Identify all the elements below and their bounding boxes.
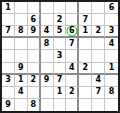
cell-r8c2[interactable]: 4	[15, 87, 28, 99]
cell-r3c3[interactable]: 9	[28, 26, 41, 38]
cell-digit: 2	[30, 76, 36, 84]
cell-digit: 3	[109, 27, 115, 35]
cell-r4c4[interactable]: 8	[41, 38, 54, 50]
cell-r3c6[interactable]: 6	[66, 26, 79, 38]
cell-r1c9[interactable]: 6	[105, 2, 118, 14]
cell-r5c8[interactable]	[92, 50, 105, 62]
cell-r8c7[interactable]	[79, 87, 92, 99]
cell-r5c2[interactable]	[15, 50, 28, 62]
cell-r7c9[interactable]	[105, 75, 118, 87]
cell-r5c1[interactable]	[2, 50, 15, 62]
cell-digit: 9	[18, 64, 24, 72]
cell-r6c7[interactable]: 2	[79, 63, 92, 75]
cell-digit: 4	[95, 76, 101, 84]
cell-digit: 7	[69, 40, 75, 48]
cell-r7c2[interactable]: 1	[15, 75, 28, 87]
cell-digit: 4	[18, 88, 24, 96]
cell-r1c5[interactable]	[54, 2, 67, 14]
cell-digit: 8	[18, 27, 24, 35]
cell-r5c7[interactable]	[79, 50, 92, 62]
cell-r1c8[interactable]	[92, 2, 105, 14]
cell-r4c6[interactable]: 7	[66, 38, 79, 50]
cell-r4c2[interactable]	[15, 38, 28, 50]
cell-r7c5[interactable]: 7	[54, 75, 67, 87]
cell-r5c3[interactable]	[28, 50, 41, 62]
cell-r4c1[interactable]	[2, 38, 15, 50]
cell-r3c5[interactable]: 5	[54, 26, 67, 38]
cell-digit: 9	[5, 101, 11, 109]
cell-r2c6[interactable]	[66, 14, 79, 26]
cell-r6c5[interactable]	[54, 63, 67, 75]
cell-digit: 6	[109, 4, 115, 12]
cell-r2c4[interactable]	[41, 14, 54, 26]
cell-digit: 1	[5, 4, 11, 12]
cell-r9c9[interactable]	[105, 99, 118, 111]
cell-r9c5[interactable]	[54, 99, 67, 111]
cell-r2c9[interactable]	[105, 14, 118, 26]
cell-r5c5[interactable]: 3	[54, 50, 67, 62]
cell-digit: 7	[82, 16, 88, 24]
cell-r8c4[interactable]	[41, 87, 54, 99]
cell-r5c9[interactable]	[105, 50, 118, 62]
cell-digit: 8	[30, 101, 36, 109]
cell-digit: 6	[69, 27, 75, 35]
cell-r7c6[interactable]	[66, 75, 79, 87]
cell-r6c8[interactable]	[92, 63, 105, 75]
cell-r1c1[interactable]: 1	[2, 2, 15, 14]
cell-r2c5[interactable]: 2	[54, 14, 67, 26]
cell-r6c6[interactable]: 4	[66, 63, 79, 75]
cell-digit: 7	[5, 27, 11, 35]
cell-r8c5[interactable]: 1	[54, 87, 67, 99]
cell-r9c6[interactable]	[66, 99, 79, 111]
cell-r8c6[interactable]: 2	[66, 87, 79, 99]
cell-r7c4[interactable]: 9	[41, 75, 54, 87]
cell-r6c1[interactable]	[2, 63, 15, 75]
cell-r7c3[interactable]: 2	[28, 75, 41, 87]
cell-r9c3[interactable]: 8	[28, 99, 41, 111]
cell-digit: 6	[30, 16, 36, 24]
cell-digit: 2	[57, 16, 63, 24]
cell-r1c6[interactable]	[66, 2, 79, 14]
cell-digit: 8	[109, 88, 115, 96]
cell-r9c7[interactable]	[79, 99, 92, 111]
cell-r1c2[interactable]	[15, 2, 28, 14]
cell-digit: 7	[95, 88, 101, 96]
cell-r6c2[interactable]: 9	[15, 63, 28, 75]
cell-r9c8[interactable]	[92, 99, 105, 111]
cell-digit: 1	[18, 76, 24, 84]
cell-r1c3[interactable]	[28, 2, 41, 14]
cell-digit: 1	[57, 88, 63, 96]
cell-r2c1[interactable]	[2, 14, 15, 26]
cell-r4c8[interactable]	[92, 38, 105, 50]
cell-r4c7[interactable]	[79, 38, 92, 50]
cell-digit: 3	[57, 52, 63, 60]
cell-r4c9[interactable]: 4	[105, 38, 118, 50]
cell-r5c4[interactable]	[41, 50, 54, 62]
cell-digit: 9	[30, 27, 36, 35]
cell-digit: 2	[95, 27, 101, 35]
cell-r8c9[interactable]: 8	[105, 87, 118, 99]
cell-r1c4[interactable]	[41, 2, 54, 14]
cell-r3c4[interactable]: 4	[41, 26, 54, 38]
cell-r6c3[interactable]	[28, 63, 41, 75]
cell-r9c1[interactable]: 9	[2, 99, 15, 111]
cell-digit: 8	[44, 40, 50, 48]
cell-digit: 3	[5, 76, 11, 84]
cell-r2c2[interactable]	[15, 14, 28, 26]
cell-digit: 1	[82, 27, 88, 35]
cell-r4c5[interactable]	[54, 38, 67, 50]
cell-digit: 2	[69, 88, 75, 96]
cell-r3c8[interactable]: 2	[92, 26, 105, 38]
cell-digit: 9	[44, 76, 50, 84]
cell-digit: 2	[82, 64, 88, 72]
cell-r3c2[interactable]: 8	[15, 26, 28, 38]
cell-digit: 1	[109, 64, 115, 72]
cell-r4c3[interactable]	[28, 38, 41, 50]
cell-r5c6[interactable]	[66, 50, 79, 62]
cell-r1c7[interactable]	[79, 2, 92, 14]
cell-r9c2[interactable]	[15, 99, 28, 111]
cell-r8c8[interactable]: 7	[92, 87, 105, 99]
cell-r8c1[interactable]	[2, 87, 15, 99]
cell-r3c9[interactable]: 3	[105, 26, 118, 38]
cell-digit: 4	[109, 40, 115, 48]
cell-r2c7[interactable]: 7	[79, 14, 92, 26]
cell-r2c8[interactable]	[92, 14, 105, 26]
cell-r3c7[interactable]: 1	[79, 26, 92, 38]
cell-digit: 4	[69, 64, 75, 72]
cell-r8c3[interactable]	[28, 87, 41, 99]
cell-r2c3[interactable]: 6	[28, 14, 41, 26]
cell-digit: 4	[44, 27, 50, 35]
cell-r6c4[interactable]	[41, 63, 54, 75]
sudoku-board: 16627789456123874394213129744127898	[0, 0, 120, 113]
cell-r7c7[interactable]	[79, 75, 92, 87]
cell-digit: 7	[57, 76, 63, 84]
cell-r7c1[interactable]: 3	[2, 75, 15, 87]
cell-r3c1[interactable]: 7	[2, 26, 15, 38]
cell-r6c9[interactable]: 1	[105, 63, 118, 75]
cell-r7c8[interactable]: 4	[92, 75, 105, 87]
cell-digit: 5	[57, 27, 63, 35]
cell-r9c4[interactable]	[41, 99, 54, 111]
